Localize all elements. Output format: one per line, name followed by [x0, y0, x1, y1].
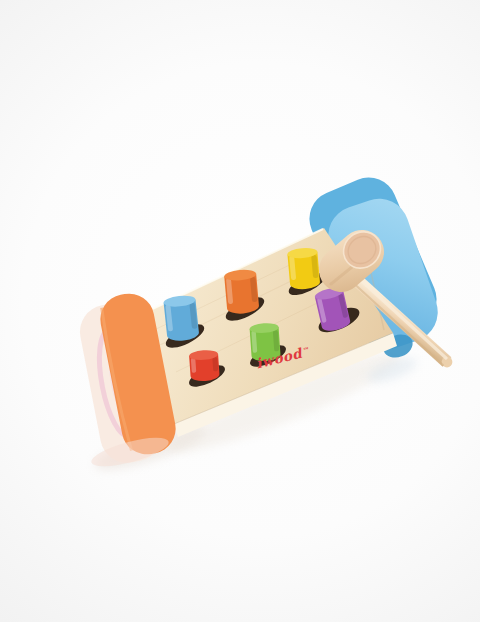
- product-photo: iwood™: [0, 0, 480, 622]
- peg-red: [189, 349, 220, 382]
- peg-blue: [163, 294, 199, 342]
- peg-yellow: [287, 247, 320, 290]
- scene: iwood™: [0, 0, 480, 622]
- peg-orange: [224, 269, 260, 315]
